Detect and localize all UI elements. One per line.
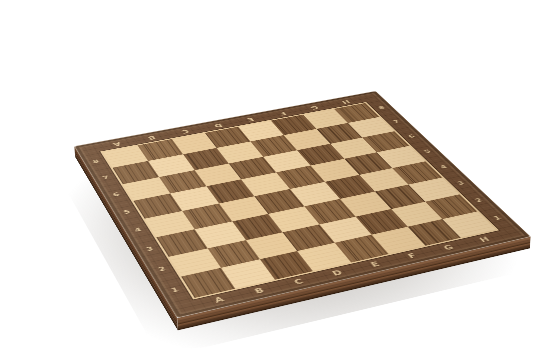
square-d2 (283, 224, 335, 251)
square-a3 (156, 229, 207, 256)
square-g2 (391, 201, 443, 227)
square-g1 (407, 219, 460, 246)
label-file-f-near: F (407, 253, 418, 260)
label-rank-3-right: 3 (456, 181, 466, 186)
label-rank-1-right: 1 (492, 215, 502, 221)
label-rank-5-left: 5 (123, 209, 132, 215)
label-file-b-near: B (254, 287, 266, 294)
square-b3 (194, 221, 245, 248)
label-rank-3-left: 3 (145, 246, 154, 252)
label-file-g-far: G (309, 105, 319, 110)
label-file-b-far: B (146, 135, 156, 140)
square-a5 (133, 194, 181, 219)
square-b5 (170, 186, 219, 211)
square-f3 (340, 192, 391, 217)
product-photo-stage: ABCDEFGH ABCDEFGH 87654321 87654321 (0, 0, 544, 362)
label-file-a-near: A (213, 296, 225, 304)
label-rank-8-right: 8 (378, 106, 387, 110)
label-rank-4-right: 4 (439, 165, 448, 170)
square-e1 (335, 235, 389, 263)
square-e2 (319, 216, 371, 242)
label-rank-4-left: 4 (134, 227, 143, 233)
label-rank-6-left: 6 (112, 192, 121, 197)
label-rank-1-left: 1 (170, 287, 180, 294)
square-d4 (255, 189, 305, 214)
square-f2 (355, 209, 407, 235)
square-d1 (298, 243, 352, 271)
label-rank-6-right: 6 (407, 134, 416, 139)
label-rank-7-right: 7 (392, 120, 401, 124)
square-a2 (169, 248, 221, 277)
label-file-c-near: C (293, 278, 305, 285)
square-c2 (245, 232, 297, 259)
label-file-a-far: A (112, 141, 122, 146)
label-rank-8-left: 8 (92, 159, 100, 164)
square-h2 (425, 194, 477, 219)
square-b1 (221, 259, 275, 288)
chess-board: ABCDEFGH ABCDEFGH 87654321 87654321 (74, 91, 530, 318)
label-file-e-far: E (246, 117, 255, 122)
label-file-c-far: C (180, 129, 189, 134)
board-perspective-wrap: ABCDEFGH ABCDEFGH 87654321 87654321 (115, 14, 465, 362)
label-file-g-near: G (443, 244, 456, 251)
label-file-h-far: H (340, 99, 350, 104)
label-rank-2-left: 2 (157, 266, 167, 272)
label-rank-5-right: 5 (423, 149, 432, 154)
square-h1 (443, 212, 496, 238)
square-f1 (371, 227, 425, 254)
label-rank-2-right: 2 (474, 198, 484, 203)
square-c4 (219, 196, 269, 221)
square-c1 (260, 251, 314, 280)
square-d3 (268, 206, 319, 232)
square-a1 (181, 268, 235, 298)
label-file-d-far: D (213, 123, 223, 128)
label-file-h-near: H (478, 236, 491, 243)
label-rank-7-left: 7 (102, 175, 110, 180)
square-c3 (232, 214, 283, 240)
label-file-e-near: E (370, 261, 381, 268)
square-e3 (304, 199, 355, 224)
label-file-d-near: D (331, 270, 344, 277)
square-b4 (182, 204, 232, 230)
square-b2 (207, 240, 259, 268)
square-a4 (145, 211, 195, 237)
label-file-f-far: F (278, 111, 287, 116)
